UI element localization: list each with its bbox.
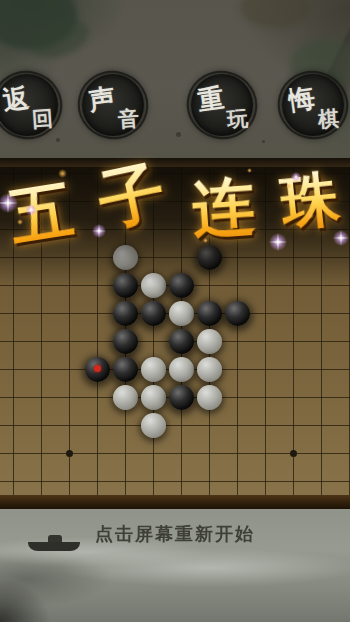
undo-button-char2: 棋 bbox=[317, 104, 340, 133]
sound-button[interactable]: 声 音 bbox=[82, 74, 144, 136]
white-stone bbox=[141, 357, 166, 382]
gomoku-board bbox=[0, 158, 350, 509]
board-bottom-edge bbox=[0, 495, 350, 509]
star-point bbox=[290, 450, 297, 457]
white-stone bbox=[141, 273, 166, 298]
undo-button-char1: 悔 bbox=[287, 80, 318, 118]
black-stone bbox=[113, 301, 138, 326]
foliage-right-icon bbox=[240, 0, 310, 28]
bottom-background: 点击屏幕重新开始 bbox=[0, 509, 350, 622]
black-stone bbox=[113, 273, 138, 298]
white-stone bbox=[113, 385, 138, 410]
black-stone bbox=[113, 329, 138, 354]
ink-splash bbox=[176, 132, 181, 137]
white-stone bbox=[197, 357, 222, 382]
ink-splash bbox=[56, 138, 60, 142]
restart-prompt: 点击屏幕重新开始 bbox=[0, 522, 350, 546]
sound-button-char2: 音 bbox=[117, 104, 140, 133]
black-stone bbox=[197, 245, 222, 270]
white-stone bbox=[141, 413, 166, 438]
undo-button[interactable]: 悔 棋 bbox=[282, 74, 344, 136]
white-stone bbox=[197, 329, 222, 354]
board-surface[interactable] bbox=[0, 167, 350, 495]
black-stone bbox=[141, 301, 166, 326]
ink-splash bbox=[262, 140, 265, 143]
back-button-char1: 返 bbox=[1, 80, 32, 118]
white-stone bbox=[113, 245, 138, 270]
sound-button-char1: 声 bbox=[87, 80, 118, 118]
star-point bbox=[66, 450, 73, 457]
replay-button-char2: 玩 bbox=[226, 104, 249, 133]
black-stone bbox=[169, 385, 194, 410]
back-button[interactable]: 返 回 bbox=[0, 74, 58, 136]
replay-button-char1: 重 bbox=[196, 80, 227, 118]
white-stone bbox=[197, 385, 222, 410]
white-stone bbox=[169, 301, 194, 326]
title-shadow-overlay bbox=[0, 167, 350, 285]
game-screen[interactable]: 返 回 声 音 重 玩 悔 棋 五 子 连 珠 点击屏幕重新开始 bbox=[0, 0, 350, 622]
black-stone bbox=[113, 357, 138, 382]
black-stone bbox=[225, 301, 250, 326]
white-stone bbox=[169, 357, 194, 382]
board-top-edge bbox=[0, 158, 350, 167]
black-stone bbox=[169, 273, 194, 298]
black-stone bbox=[85, 357, 110, 382]
black-stone bbox=[169, 329, 194, 354]
last-move-marker bbox=[94, 365, 101, 372]
replay-button[interactable]: 重 玩 bbox=[191, 74, 253, 136]
white-stone bbox=[141, 385, 166, 410]
back-button-char2: 回 bbox=[31, 104, 54, 133]
black-stone bbox=[197, 301, 222, 326]
